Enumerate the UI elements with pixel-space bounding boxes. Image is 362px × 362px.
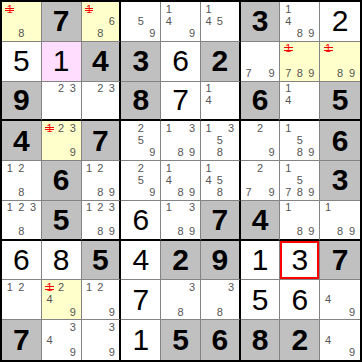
- candidate-3: 3: [186, 281, 198, 293]
- empty-candidate-slot: [334, 55, 346, 67]
- pencil-marks: 168: [82, 2, 120, 41]
- empty-candidate-slot: [55, 294, 67, 306]
- cell-r7c5[interactable]: 2: [161, 241, 201, 281]
- candidate-2: 2: [95, 202, 106, 214]
- cell-r4c1[interactable]: 4: [2, 121, 42, 161]
- empty-candidate-slot: [95, 94, 106, 106]
- empty-candidate-slot: [306, 106, 318, 118]
- cell-r3c5[interactable]: 7: [161, 82, 201, 122]
- cell-r1c6[interactable]: 145: [201, 2, 241, 42]
- cell-r7c7[interactable]: 1: [241, 241, 281, 281]
- empty-candidate-slot: [203, 106, 214, 118]
- pencil-marks: 49: [320, 320, 360, 360]
- empty-candidate-slot: [106, 106, 117, 118]
- candidate-9: 9: [67, 306, 79, 318]
- cell-r9c4[interactable]: 1: [121, 320, 161, 360]
- cell-r9c9[interactable]: 49: [320, 320, 360, 360]
- pencil-marks: 29: [241, 121, 280, 160]
- cell-r4c5[interactable]: 1389: [161, 121, 201, 161]
- candidate-9: 9: [306, 147, 318, 159]
- empty-candidate-slot: [186, 174, 198, 186]
- empty-candidate-slot: [16, 214, 28, 226]
- solved-digit: 1: [53, 46, 70, 76]
- candidate-9: 9: [266, 67, 278, 79]
- cell-r2c2[interactable]: 1: [42, 42, 82, 82]
- cell-r8c6[interactable]: 38: [201, 280, 241, 320]
- given-digit: 5: [53, 205, 70, 235]
- pencil-marks: 189: [280, 201, 319, 239]
- cell-r8c4[interactable]: 7: [121, 280, 161, 320]
- candidate-9: 9: [147, 187, 159, 199]
- empty-candidate-slot: [294, 122, 306, 134]
- cell-r8c1[interactable]: 12: [2, 280, 42, 320]
- cell-r4c4[interactable]: 259: [121, 121, 161, 161]
- sudoku-board: 1871685914914531489251436279178918992323…: [0, 0, 362, 362]
- cell-r6c4[interactable]: 6: [121, 201, 161, 241]
- empty-candidate-slot: [27, 3, 39, 15]
- empty-candidate-slot: [175, 15, 187, 27]
- candidate-8: 8: [16, 226, 28, 238]
- given-digit: 8: [132, 85, 149, 115]
- empty-candidate-slot: [203, 135, 214, 147]
- empty-candidate-slot: [4, 28, 16, 40]
- empty-candidate-slot: [306, 135, 318, 147]
- empty-candidate-slot: [225, 174, 236, 186]
- cell-r5c1[interactable]: 128: [2, 161, 42, 201]
- empty-candidate-slot: [44, 106, 56, 118]
- candidate-4: 4: [163, 174, 175, 186]
- candidate-3: 3: [186, 122, 198, 134]
- cell-r2c6[interactable]: 2: [201, 42, 241, 82]
- candidate-1: 1: [282, 122, 294, 134]
- cell-r3c2[interactable]: 23: [42, 82, 82, 122]
- empty-candidate-slot: [225, 135, 236, 147]
- candidate-1: 1: [282, 202, 294, 214]
- empty-candidate-slot: [67, 135, 79, 147]
- cell-r7c8[interactable]: 3: [280, 241, 320, 281]
- empty-candidate-slot: [225, 147, 236, 159]
- empty-candidate-slot: [106, 214, 117, 226]
- candidate-8: 8: [294, 67, 306, 79]
- empty-candidate-slot: [95, 321, 106, 334]
- empty-candidate-slot: [294, 55, 306, 67]
- cell-r3c8[interactable]: 14: [280, 82, 320, 122]
- candidate-3: 3: [106, 321, 117, 334]
- empty-candidate-slot: [214, 162, 225, 174]
- candidate-8: 8: [95, 226, 106, 238]
- cell-r2c9[interactable]: 189: [320, 42, 360, 82]
- cell-r9c2[interactable]: 349: [42, 320, 82, 360]
- cell-r5c8[interactable]: 15789: [280, 161, 320, 201]
- cell-r6c2[interactable]: 5: [42, 201, 82, 241]
- candidate-8: 8: [95, 187, 106, 199]
- candidate-3: 3: [67, 122, 79, 134]
- candidate-1: 1: [282, 83, 294, 95]
- candidate-9: 9: [67, 147, 79, 159]
- empty-candidate-slot: [214, 28, 225, 40]
- cell-r5c6[interactable]: 1458: [201, 161, 241, 201]
- empty-candidate-slot: [16, 15, 28, 27]
- cell-r9c7[interactable]: 8: [241, 320, 281, 360]
- empty-candidate-slot: [67, 281, 79, 293]
- empty-candidate-slot: [175, 162, 187, 174]
- candidate-8: 8: [175, 147, 187, 159]
- candidate-1: 1: [203, 122, 214, 134]
- empty-candidate-slot: [306, 3, 318, 15]
- empty-candidate-slot: [84, 28, 95, 40]
- empty-candidate-slot: [346, 321, 358, 334]
- empty-candidate-slot: [254, 174, 266, 186]
- empty-candidate-slot: [55, 334, 67, 347]
- empty-candidate-slot: [84, 187, 95, 199]
- candidate-8: 8: [175, 187, 187, 199]
- cell-r5c7[interactable]: 279: [241, 161, 281, 201]
- empty-candidate-slot: [27, 15, 39, 27]
- candidate-1: 1: [4, 162, 16, 174]
- pencil-marks: 1289: [82, 161, 120, 200]
- empty-candidate-slot: [84, 226, 95, 238]
- empty-candidate-slot: [106, 3, 117, 15]
- cell-r8c5[interactable]: 38: [161, 280, 201, 320]
- empty-candidate-slot: [346, 294, 358, 306]
- empty-candidate-slot: [123, 174, 135, 186]
- cell-r8c8[interactable]: 6: [280, 280, 320, 320]
- cell-r1c3[interactable]: 168: [82, 2, 122, 42]
- empty-candidate-slot: [67, 294, 79, 306]
- candidate-3: 3: [106, 202, 117, 214]
- candidate-2: 2: [55, 83, 67, 95]
- cell-r1c8[interactable]: 1489: [280, 2, 320, 42]
- empty-candidate-slot: [282, 226, 294, 238]
- empty-candidate-slot: [346, 55, 358, 67]
- pencil-marks: 1789: [280, 42, 319, 81]
- empty-candidate-slot: [254, 43, 266, 55]
- empty-candidate-slot: [147, 15, 159, 27]
- candidate-9: 9: [346, 306, 358, 318]
- cell-r3c7[interactable]: 6: [241, 82, 281, 122]
- cell-r1c1[interactable]: 18: [2, 2, 42, 42]
- cell-r4c8[interactable]: 1589: [280, 121, 320, 161]
- empty-candidate-slot: [55, 135, 67, 147]
- cell-r3c4[interactable]: 8: [121, 82, 161, 122]
- empty-candidate-slot: [95, 214, 106, 226]
- empty-candidate-slot: [266, 135, 278, 147]
- empty-candidate-slot: [175, 214, 187, 226]
- cell-r9c8[interactable]: 2: [280, 320, 320, 360]
- empty-candidate-slot: [135, 147, 147, 159]
- cell-r2c1[interactable]: 5: [2, 42, 42, 82]
- empty-candidate-slot: [4, 187, 16, 199]
- given-digit: 2: [211, 46, 228, 76]
- candidate-8: 8: [175, 226, 187, 238]
- cell-r8c9[interactable]: 49: [320, 280, 360, 320]
- candidate-2: 2: [95, 83, 106, 95]
- candidate-1: 1: [4, 202, 16, 214]
- candidate-2: 2: [135, 162, 147, 174]
- empty-candidate-slot: [84, 334, 95, 347]
- candidate-4: 4: [322, 334, 334, 347]
- empty-candidate-slot: [282, 28, 294, 40]
- candidate-9: 9: [346, 67, 358, 79]
- candidate-8: 8: [334, 67, 346, 79]
- pencil-marks: 259: [121, 161, 160, 200]
- empty-candidate-slot: [95, 294, 106, 306]
- cell-r4c2[interactable]: 1239: [42, 121, 82, 161]
- empty-candidate-slot: [106, 94, 117, 106]
- given-digit: 7: [53, 6, 70, 36]
- candidate-3: 3: [186, 202, 198, 214]
- empty-candidate-slot: [214, 106, 225, 118]
- cell-r7c1[interactable]: 6: [2, 241, 42, 281]
- empty-candidate-slot: [294, 15, 306, 27]
- cell-r1c5[interactable]: 149: [161, 2, 201, 42]
- empty-candidate-slot: [95, 346, 106, 359]
- cell-r5c9[interactable]: 3: [320, 161, 360, 201]
- empty-candidate-slot: [123, 135, 135, 147]
- cell-r1c9[interactable]: 2: [320, 2, 360, 42]
- candidate-2: 2: [16, 281, 28, 293]
- cell-r1c2[interactable]: 7: [42, 2, 82, 42]
- empty-candidate-slot: [243, 162, 255, 174]
- solved-digit: 6: [172, 46, 189, 76]
- given-digit: 2: [291, 325, 308, 355]
- cell-r2c8[interactable]: 1789: [280, 42, 320, 82]
- empty-candidate-slot: [55, 94, 67, 106]
- solved-digit: 5: [13, 46, 30, 76]
- given-digit: 9: [211, 245, 228, 275]
- pencil-marks: 1458: [201, 161, 239, 200]
- pencil-marks: 1358: [201, 121, 239, 160]
- empty-candidate-slot: [294, 94, 306, 106]
- given-digit: 4: [13, 126, 30, 156]
- empty-candidate-slot: [334, 321, 346, 334]
- pencil-marks: 279: [241, 161, 280, 200]
- cell-r6c8[interactable]: 189: [280, 201, 320, 241]
- given-digit: 3: [252, 6, 269, 36]
- empty-candidate-slot: [4, 214, 16, 226]
- pencil-marks: 1489: [161, 161, 200, 200]
- empty-candidate-slot: [266, 122, 278, 134]
- cell-r3c6[interactable]: 14: [201, 82, 241, 122]
- cell-r7c6[interactable]: 9: [201, 241, 241, 281]
- empty-candidate-slot: [135, 187, 147, 199]
- candidate-2: 2: [95, 281, 106, 293]
- empty-candidate-slot: [123, 122, 135, 134]
- empty-candidate-slot: [306, 174, 318, 186]
- empty-candidate-slot: [84, 15, 95, 27]
- cell-r8c7[interactable]: 5: [241, 280, 281, 320]
- pencil-marks: 145: [201, 2, 239, 41]
- cell-r9c5[interactable]: 5: [161, 320, 201, 360]
- empty-candidate-slot: [163, 306, 175, 318]
- empty-candidate-slot: [306, 55, 318, 67]
- empty-candidate-slot: [294, 3, 306, 15]
- empty-candidate-slot: [175, 281, 187, 293]
- empty-candidate-slot: [334, 294, 346, 306]
- cell-r1c4[interactable]: 59: [121, 2, 161, 42]
- cell-r4c3[interactable]: 7: [82, 121, 122, 161]
- empty-candidate-slot: [84, 346, 95, 359]
- candidate-8: 8: [214, 306, 225, 318]
- empty-candidate-slot: [27, 214, 39, 226]
- empty-candidate-slot: [95, 15, 106, 27]
- given-digit: 6: [211, 325, 228, 355]
- empty-candidate-slot: [84, 294, 95, 306]
- cell-r4c9[interactable]: 6: [320, 121, 360, 161]
- cell-r7c4[interactable]: 4: [121, 241, 161, 281]
- empty-candidate-slot: [106, 334, 117, 347]
- candidate-1: 1: [322, 202, 334, 214]
- cell-r4c7[interactable]: 29: [241, 121, 281, 161]
- cell-r8c2[interactable]: 1249: [42, 280, 82, 320]
- given-digit: 6: [252, 85, 269, 115]
- empty-candidate-slot: [214, 3, 225, 15]
- cell-r5c2[interactable]: 6: [42, 161, 82, 201]
- cell-r7c3[interactable]: 5: [82, 241, 122, 281]
- pencil-marks: 1589: [280, 121, 319, 160]
- cell-r3c3[interactable]: 23: [82, 82, 122, 122]
- candidate-1: 1: [163, 122, 175, 134]
- candidate-2: 2: [55, 122, 67, 134]
- empty-candidate-slot: [123, 3, 135, 15]
- empty-candidate-slot: [44, 135, 56, 147]
- empty-candidate-slot: [334, 334, 346, 347]
- empty-candidate-slot: [163, 187, 175, 199]
- candidate-1: 1: [163, 162, 175, 174]
- candidate-7: 7: [243, 67, 255, 79]
- pencil-marks: 1389: [161, 121, 200, 160]
- empty-candidate-slot: [346, 43, 358, 55]
- empty-candidate-slot: [95, 3, 106, 15]
- given-digit: 6: [332, 126, 349, 156]
- empty-candidate-slot: [147, 3, 159, 15]
- candidate-5: 5: [135, 15, 147, 27]
- candidate-8: 8: [214, 147, 225, 159]
- empty-candidate-slot: [214, 122, 225, 134]
- empty-candidate-slot: [203, 306, 214, 318]
- empty-candidate-slot: [225, 83, 236, 95]
- eliminated-candidate-1: 1: [84, 3, 95, 15]
- cell-r7c9[interactable]: 7: [320, 241, 360, 281]
- candidate-8: 8: [95, 28, 106, 40]
- candidate-1: 1: [203, 83, 214, 95]
- empty-candidate-slot: [123, 147, 135, 159]
- cell-r6c7[interactable]: 4: [241, 201, 281, 241]
- empty-candidate-slot: [44, 94, 56, 106]
- candidate-2: 2: [55, 281, 67, 293]
- candidate-9: 9: [147, 147, 159, 159]
- cell-r9c3[interactable]: 39: [82, 320, 122, 360]
- cell-r3c1[interactable]: 9: [2, 82, 42, 122]
- solved-digit: 1: [132, 325, 149, 355]
- cell-r2c3[interactable]: 4: [82, 42, 122, 82]
- cell-r6c1[interactable]: 1238: [2, 201, 42, 241]
- empty-candidate-slot: [203, 28, 214, 40]
- empty-candidate-slot: [175, 135, 187, 147]
- candidate-9: 9: [67, 346, 79, 359]
- empty-candidate-slot: [334, 281, 346, 293]
- candidate-5: 5: [294, 174, 306, 186]
- empty-candidate-slot: [282, 106, 294, 118]
- empty-candidate-slot: [4, 174, 16, 186]
- empty-candidate-slot: [214, 94, 225, 106]
- cell-r4c6[interactable]: 1358: [201, 121, 241, 161]
- solved-digit: 2: [332, 6, 349, 36]
- cell-r9c6[interactable]: 6: [201, 320, 241, 360]
- cell-r2c7[interactable]: 79: [241, 42, 281, 82]
- cell-r6c3[interactable]: 12389: [82, 201, 122, 241]
- empty-candidate-slot: [147, 135, 159, 147]
- cell-r3c9[interactable]: 5: [320, 82, 360, 122]
- cell-r6c5[interactable]: 1389: [161, 201, 201, 241]
- empty-candidate-slot: [84, 306, 95, 318]
- candidate-8: 8: [294, 147, 306, 159]
- cell-r8c3[interactable]: 129: [82, 280, 122, 320]
- empty-candidate-slot: [294, 202, 306, 214]
- solved-digit: 7: [172, 85, 189, 115]
- empty-candidate-slot: [306, 15, 318, 27]
- candidate-9: 9: [106, 306, 117, 318]
- empty-candidate-slot: [225, 15, 236, 27]
- given-digit: 6: [53, 165, 70, 195]
- empty-candidate-slot: [243, 43, 255, 55]
- candidate-4: 4: [282, 15, 294, 27]
- empty-candidate-slot: [44, 306, 56, 318]
- candidate-9: 9: [346, 346, 358, 359]
- empty-candidate-slot: [55, 321, 67, 334]
- cell-r2c4[interactable]: 3: [121, 42, 161, 82]
- cell-r1c7[interactable]: 3: [241, 2, 281, 42]
- empty-candidate-slot: [225, 187, 236, 199]
- given-digit: 8: [252, 325, 269, 355]
- candidate-9: 9: [306, 226, 318, 238]
- empty-candidate-slot: [214, 83, 225, 95]
- pencil-marks: 12: [2, 280, 41, 319]
- given-digit: 2: [172, 245, 189, 275]
- given-digit: 5: [172, 325, 189, 355]
- cell-r9c1[interactable]: 7: [2, 320, 42, 360]
- solved-digit: 3: [291, 245, 308, 275]
- pencil-marks: 1238: [2, 201, 41, 239]
- cell-r2c5[interactable]: 6: [161, 42, 201, 82]
- cell-r5c4[interactable]: 259: [121, 161, 161, 201]
- cell-r7c2[interactable]: 8: [42, 241, 82, 281]
- empty-candidate-slot: [163, 147, 175, 159]
- cell-r6c6[interactable]: 7: [201, 201, 241, 241]
- empty-candidate-slot: [322, 55, 334, 67]
- cell-r6c9[interactable]: 189: [320, 201, 360, 241]
- eliminated-candidate-1: 1: [322, 43, 334, 55]
- candidate-1: 1: [84, 162, 95, 174]
- cell-r5c5[interactable]: 1489: [161, 161, 201, 201]
- pencil-marks: 79: [241, 42, 280, 81]
- candidate-4: 4: [282, 94, 294, 106]
- empty-candidate-slot: [84, 174, 95, 186]
- empty-candidate-slot: [282, 55, 294, 67]
- empty-candidate-slot: [135, 28, 147, 40]
- solved-digit: 6: [13, 245, 30, 275]
- empty-candidate-slot: [84, 94, 95, 106]
- cell-r5c3[interactable]: 1289: [82, 161, 122, 201]
- empty-candidate-slot: [243, 55, 255, 67]
- candidate-4: 4: [44, 334, 56, 347]
- candidate-1: 1: [203, 162, 214, 174]
- empty-candidate-slot: [306, 214, 318, 226]
- pencil-marks: 1489: [280, 2, 319, 41]
- candidate-1: 1: [84, 281, 95, 293]
- empty-candidate-slot: [123, 15, 135, 27]
- empty-candidate-slot: [225, 162, 236, 174]
